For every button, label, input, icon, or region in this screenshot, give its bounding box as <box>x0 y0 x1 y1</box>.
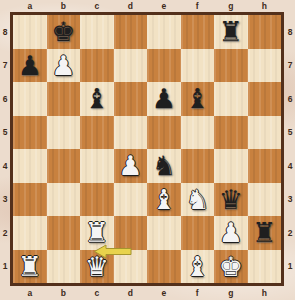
white-knight[interactable]: ♞ <box>181 183 215 217</box>
rank-label-5: 5 <box>285 116 295 150</box>
square-h1[interactable] <box>248 250 282 284</box>
square-e1[interactable] <box>147 250 181 284</box>
square-b8[interactable]: ♚ <box>47 15 81 49</box>
square-c1[interactable]: ♛ <box>80 250 114 284</box>
square-b3[interactable] <box>47 183 81 217</box>
square-c3[interactable] <box>80 183 114 217</box>
rank-label-8: 8 <box>0 15 10 49</box>
black-queen[interactable]: ♛ <box>214 183 248 217</box>
square-f7[interactable] <box>181 49 215 83</box>
square-d2[interactable] <box>114 216 148 250</box>
rank-label-7: 7 <box>285 49 295 83</box>
square-g6[interactable] <box>214 82 248 116</box>
square-b4[interactable] <box>47 149 81 183</box>
chess-board[interactable]: ♚♜♟♟♝♟♝♟♞♝♞♛♜♟♜♜♛♝♚ <box>10 12 284 286</box>
square-h7[interactable] <box>248 49 282 83</box>
square-g5[interactable] <box>214 116 248 150</box>
square-d3[interactable] <box>114 183 148 217</box>
square-c6[interactable]: ♝ <box>80 82 114 116</box>
black-pawn[interactable]: ♟ <box>147 82 181 116</box>
rank-label-3: 3 <box>285 183 295 217</box>
square-c8[interactable] <box>80 15 114 49</box>
square-d8[interactable] <box>114 15 148 49</box>
square-d4[interactable]: ♟ <box>114 149 148 183</box>
file-label-f: f <box>181 0 215 12</box>
square-c5[interactable] <box>80 116 114 150</box>
square-h8[interactable] <box>248 15 282 49</box>
square-h5[interactable] <box>248 116 282 150</box>
rank-label-4: 4 <box>285 149 295 183</box>
square-g2[interactable]: ♟ <box>214 216 248 250</box>
square-g3[interactable]: ♛ <box>214 183 248 217</box>
file-labels-bottom: abcdefgh <box>13 287 281 299</box>
square-h6[interactable] <box>248 82 282 116</box>
black-bishop[interactable]: ♝ <box>80 82 114 116</box>
square-c4[interactable] <box>80 149 114 183</box>
rank-label-3: 3 <box>0 183 10 217</box>
white-bishop[interactable]: ♝ <box>147 183 181 217</box>
chess-board-screenshot: abcdefgh 87654321 ♚♜♟♟♝♟♝♟♞♝♞♛♜♟♜♜♛♝♚ 87… <box>0 0 295 300</box>
file-label-g: g <box>214 287 248 299</box>
file-label-h: h <box>248 0 282 12</box>
square-b7[interactable]: ♟ <box>47 49 81 83</box>
white-pawn[interactable]: ♟ <box>214 216 248 250</box>
rank-label-6: 6 <box>0 82 10 116</box>
square-g1[interactable]: ♚ <box>214 250 248 284</box>
square-f1[interactable]: ♝ <box>181 250 215 284</box>
white-bishop[interactable]: ♝ <box>181 250 215 284</box>
file-label-h: h <box>248 287 282 299</box>
file-labels-top: abcdefgh <box>13 0 281 12</box>
square-g8[interactable]: ♜ <box>214 15 248 49</box>
white-pawn[interactable]: ♟ <box>114 149 148 183</box>
square-c7[interactable] <box>80 49 114 83</box>
square-f5[interactable] <box>181 116 215 150</box>
square-c2[interactable]: ♜ <box>80 216 114 250</box>
square-a4[interactable] <box>13 149 47 183</box>
square-e7[interactable] <box>147 49 181 83</box>
square-d7[interactable] <box>114 49 148 83</box>
file-label-d: d <box>114 287 148 299</box>
rank-labels-right: 87654321 <box>285 15 295 283</box>
square-f4[interactable] <box>181 149 215 183</box>
square-h4[interactable] <box>248 149 282 183</box>
file-label-b: b <box>47 287 81 299</box>
white-queen[interactable]: ♛ <box>80 250 114 284</box>
square-a5[interactable] <box>13 116 47 150</box>
file-label-a: a <box>13 287 47 299</box>
black-knight[interactable]: ♞ <box>147 149 181 183</box>
square-e2[interactable] <box>147 216 181 250</box>
square-f6[interactable]: ♝ <box>181 82 215 116</box>
square-g4[interactable] <box>214 149 248 183</box>
square-e6[interactable]: ♟ <box>147 82 181 116</box>
rank-label-2: 2 <box>285 216 295 250</box>
square-b6[interactable] <box>47 82 81 116</box>
file-label-a: a <box>13 0 47 12</box>
rank-label-8: 8 <box>285 15 295 49</box>
square-b5[interactable] <box>47 116 81 150</box>
file-label-g: g <box>214 0 248 12</box>
square-g7[interactable] <box>214 49 248 83</box>
rank-label-7: 7 <box>0 49 10 83</box>
rank-label-1: 1 <box>285 250 295 284</box>
file-label-d: d <box>114 0 148 12</box>
black-rook[interactable]: ♜ <box>214 15 248 49</box>
white-king[interactable]: ♚ <box>214 250 248 284</box>
square-b1[interactable] <box>47 250 81 284</box>
file-label-b: b <box>47 0 81 12</box>
white-rook[interactable]: ♜ <box>13 250 47 284</box>
rank-label-4: 4 <box>0 149 10 183</box>
square-a1[interactable]: ♜ <box>13 250 47 284</box>
square-a6[interactable] <box>13 82 47 116</box>
square-f2[interactable] <box>181 216 215 250</box>
square-a3[interactable] <box>13 183 47 217</box>
white-pawn[interactable]: ♟ <box>47 49 81 83</box>
square-b2[interactable] <box>47 216 81 250</box>
square-e4[interactable]: ♞ <box>147 149 181 183</box>
square-d5[interactable] <box>114 116 148 150</box>
black-king[interactable]: ♚ <box>47 15 81 49</box>
square-f8[interactable] <box>181 15 215 49</box>
square-a2[interactable] <box>13 216 47 250</box>
black-pawn[interactable]: ♟ <box>13 49 47 83</box>
rank-label-5: 5 <box>0 116 10 150</box>
square-e8[interactable] <box>147 15 181 49</box>
black-bishop[interactable]: ♝ <box>181 82 215 116</box>
file-label-c: c <box>80 0 114 12</box>
square-a8[interactable] <box>13 15 47 49</box>
file-label-e: e <box>147 0 181 12</box>
square-h3[interactable] <box>248 183 282 217</box>
square-h2[interactable]: ♜ <box>248 216 282 250</box>
square-f3[interactable]: ♞ <box>181 183 215 217</box>
black-rook[interactable]: ♜ <box>248 216 282 250</box>
rank-label-6: 6 <box>285 82 295 116</box>
square-e5[interactable] <box>147 116 181 150</box>
square-d6[interactable] <box>114 82 148 116</box>
square-d1[interactable] <box>114 250 148 284</box>
rank-labels-left: 87654321 <box>0 15 10 283</box>
rank-label-2: 2 <box>0 216 10 250</box>
rank-label-1: 1 <box>0 250 10 284</box>
square-e3[interactable]: ♝ <box>147 183 181 217</box>
file-label-c: c <box>80 287 114 299</box>
white-rook[interactable]: ♜ <box>80 216 114 250</box>
file-label-f: f <box>181 287 215 299</box>
file-label-e: e <box>147 287 181 299</box>
square-a7[interactable]: ♟ <box>13 49 47 83</box>
